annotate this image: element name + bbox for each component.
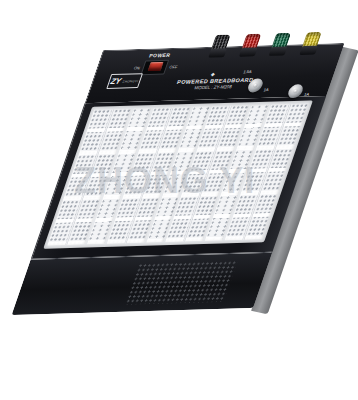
voltage-knob-2 bbox=[286, 84, 305, 98]
knob-indicator bbox=[253, 83, 258, 87]
product-photo: POWER ON OFF ZY ZHONGYI POWERED BREADBOA… bbox=[0, 0, 358, 400]
binding-post-yellow bbox=[298, 32, 323, 55]
post-base bbox=[299, 46, 318, 55]
knob1-label: 1A bbox=[263, 87, 270, 92]
logo-monogram: ZY bbox=[109, 77, 122, 85]
binding-post-black bbox=[207, 35, 232, 58]
control-panel: POWER ON OFF ZY ZHONGYI POWERED BREADBOA… bbox=[85, 43, 345, 103]
knob2-label: 1A bbox=[303, 92, 310, 97]
vent-grille bbox=[125, 261, 238, 305]
ground-symbol-icon: ◆ bbox=[210, 71, 216, 77]
post-base bbox=[208, 48, 227, 57]
binding-post-red bbox=[238, 34, 263, 57]
off-label: OFF bbox=[169, 64, 179, 69]
binding-post-green bbox=[268, 33, 293, 56]
on-label: ON bbox=[133, 65, 141, 70]
watermark-text: ZHONG YI bbox=[74, 160, 255, 202]
rocker-switch bbox=[147, 62, 163, 71]
power-switch-group: POWER ON OFF bbox=[130, 52, 183, 76]
post-base bbox=[238, 47, 257, 56]
brand-logo: ZY ZHONGYI bbox=[106, 73, 143, 89]
post-base bbox=[268, 47, 287, 56]
current-rating-label: 1.5A bbox=[243, 69, 253, 74]
logo-subtext: ZHONGYI bbox=[122, 79, 139, 83]
knob-indicator bbox=[293, 89, 298, 93]
power-label: POWER bbox=[136, 52, 184, 59]
case-front bbox=[12, 252, 273, 315]
power-switch bbox=[140, 60, 169, 75]
